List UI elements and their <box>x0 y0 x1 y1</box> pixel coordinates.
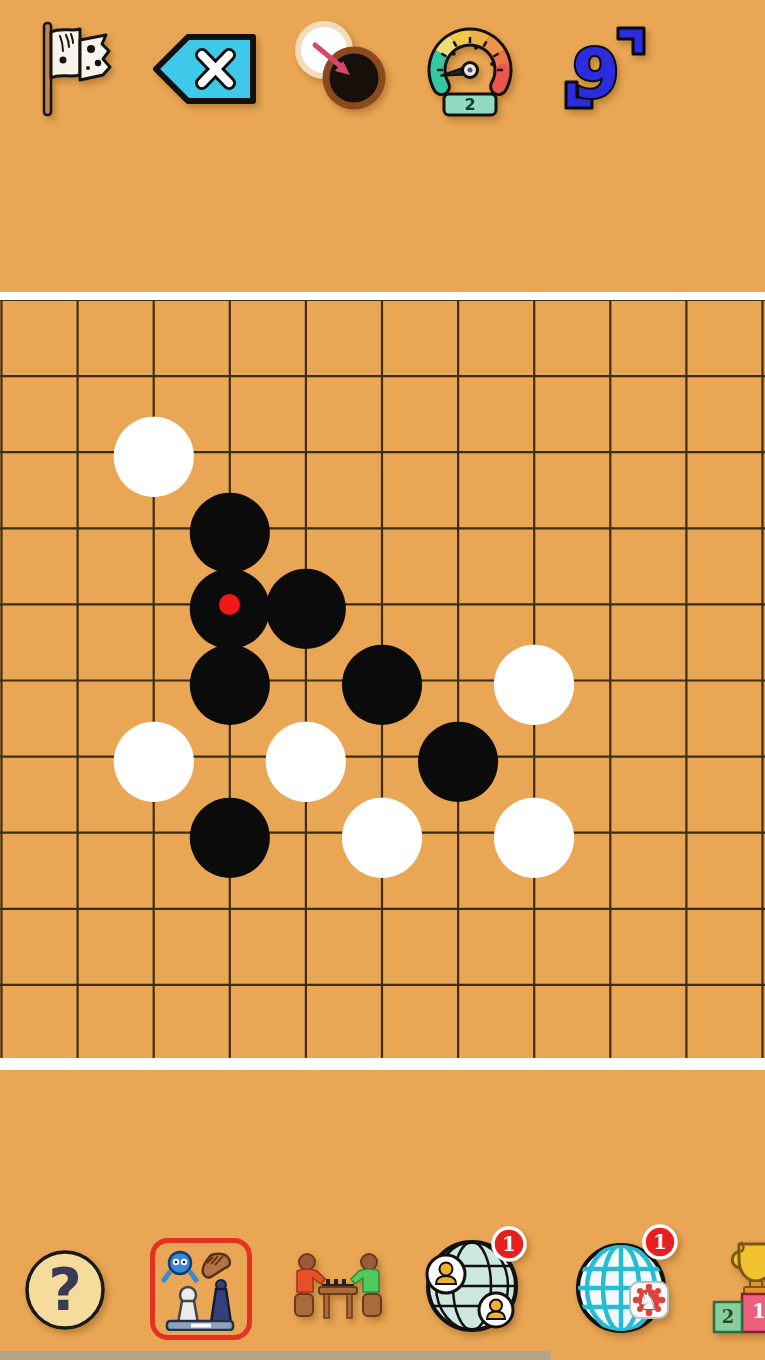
intersection-7-10[interactable] <box>496 1023 572 1070</box>
podium-second-label: 2 <box>722 1306 735 1327</box>
vs-computer-button[interactable] <box>155 1243 243 1331</box>
online-engine-button[interactable]: ♞ 1 <box>568 1220 682 1338</box>
intersection-8-9[interactable] <box>572 947 648 1023</box>
intersection-8-4[interactable] <box>572 566 648 642</box>
intersection-10-2[interactable] <box>724 414 765 490</box>
intersection-4-10[interactable] <box>268 1023 344 1070</box>
intersection-0-7[interactable] <box>0 795 40 871</box>
intersection-6-3[interactable] <box>420 490 496 566</box>
intersection-1-9[interactable] <box>40 947 116 1023</box>
intersection-6-2[interactable] <box>420 414 496 490</box>
intersection-7-2[interactable] <box>496 414 572 490</box>
undo-button[interactable] <box>150 28 260 110</box>
intersection-5-8[interactable] <box>344 871 420 947</box>
intersection-2-3[interactable] <box>116 490 192 566</box>
intersection-3-0[interactable] <box>192 292 268 338</box>
intersection-5-2[interactable] <box>344 414 420 490</box>
help-button[interactable]: ? <box>23 1248 107 1332</box>
intersection-3-9[interactable] <box>192 947 268 1023</box>
intersection-7-1[interactable] <box>496 338 572 414</box>
leaderboard-button[interactable]: 2 1 <box>708 1238 765 1334</box>
intersection-6-10[interactable] <box>420 1023 496 1070</box>
intersection-3-7[interactable]: ● <box>192 795 268 871</box>
intersection-10-10[interactable] <box>724 1023 765 1070</box>
resize-brackets-icon: 9 <box>550 101 650 120</box>
intersection-8-10[interactable] <box>572 1023 648 1070</box>
intersection-6-9[interactable] <box>420 947 496 1023</box>
intersection-0-9[interactable] <box>0 947 40 1023</box>
robot-hand-chess-icon <box>155 1316 243 1335</box>
intersection-9-4[interactable] <box>648 566 724 642</box>
intersection-2-7[interactable] <box>116 795 192 871</box>
intersection-3-8[interactable] <box>192 871 268 947</box>
surrender-button[interactable] <box>18 18 118 120</box>
difficulty-level: 2 <box>464 95 475 114</box>
intersection-8-5[interactable] <box>572 642 648 718</box>
white-stone: ● <box>488 791 580 867</box>
intersection-3-5[interactable]: ● <box>192 642 268 718</box>
intersection-7-3[interactable] <box>496 490 572 566</box>
gomoku-board[interactable]: ●●●●●●●●●●●●● <box>0 292 765 1070</box>
intersection-1-0[interactable] <box>40 292 116 338</box>
intersection-0-1[interactable] <box>0 338 40 414</box>
trophy-podium-icon: 2 1 <box>708 1319 765 1338</box>
intersection-10-5[interactable] <box>724 642 765 718</box>
white-to-black-stone-arrow-icon <box>288 99 390 118</box>
bottom-bar-fragment <box>0 1351 551 1360</box>
stones-grid: ●●●●●●●●●●●●● <box>0 292 765 1070</box>
intersection-9-8[interactable] <box>648 871 724 947</box>
knight-glyph: ♞ <box>638 1288 659 1314</box>
intersection-8-2[interactable] <box>572 414 648 490</box>
intersection-9-10[interactable] <box>648 1023 724 1070</box>
intersection-5-7[interactable]: ● <box>344 795 420 871</box>
intersection-9-6[interactable] <box>648 719 724 795</box>
intersection-2-9[interactable] <box>116 947 192 1023</box>
online-multiplayer-badge: 1 <box>502 1232 516 1256</box>
intersection-4-9[interactable] <box>268 947 344 1023</box>
intersection-1-4[interactable] <box>40 566 116 642</box>
intersection-9-2[interactable] <box>648 414 724 490</box>
intersection-2-2[interactable]: ● <box>116 414 192 490</box>
turn-color-toggle-button[interactable] <box>288 16 390 114</box>
online-engine-badge: 1 <box>653 1230 667 1254</box>
intersection-1-10[interactable] <box>40 1023 116 1070</box>
intersection-4-4[interactable]: ● <box>268 566 344 642</box>
intersection-5-1[interactable] <box>344 338 420 414</box>
intersection-4-7[interactable] <box>268 795 344 871</box>
intersection-5-3[interactable] <box>344 490 420 566</box>
intersection-10-0[interactable] <box>724 292 765 338</box>
intersection-1-5[interactable] <box>40 642 116 718</box>
globe-people-icon: 1 <box>416 1323 534 1342</box>
difficulty-gauge-button[interactable]: 2 <box>415 20 525 120</box>
intersection-7-5[interactable]: ● <box>496 642 572 718</box>
intersection-7-9[interactable] <box>496 947 572 1023</box>
intersection-10-7[interactable] <box>724 795 765 871</box>
local-two-players-button[interactable] <box>286 1250 390 1330</box>
intersection-1-2[interactable] <box>40 414 116 490</box>
intersection-7-8[interactable] <box>496 871 572 947</box>
intersection-6-0[interactable] <box>420 292 496 338</box>
intersection-6-8[interactable] <box>420 871 496 947</box>
intersection-0-5[interactable] <box>0 642 40 718</box>
board-size-label: 9 <box>572 34 619 113</box>
intersection-4-1[interactable] <box>268 338 344 414</box>
intersection-2-4[interactable] <box>116 566 192 642</box>
intersection-0-2[interactable] <box>0 414 40 490</box>
intersection-5-9[interactable] <box>344 947 420 1023</box>
intersection-4-8[interactable] <box>268 871 344 947</box>
intersection-2-0[interactable] <box>116 292 192 338</box>
intersection-8-3[interactable] <box>572 490 648 566</box>
intersection-9-7[interactable] <box>648 795 724 871</box>
intersection-0-10[interactable] <box>0 1023 40 1070</box>
intersection-1-7[interactable] <box>40 795 116 871</box>
intersection-10-4[interactable] <box>724 566 765 642</box>
intersection-10-9[interactable] <box>724 947 765 1023</box>
intersection-8-6[interactable] <box>572 719 648 795</box>
intersection-9-3[interactable] <box>648 490 724 566</box>
black-stone: ● <box>184 791 276 867</box>
intersection-0-8[interactable] <box>0 871 40 947</box>
intersection-6-1[interactable] <box>420 338 496 414</box>
cyan-back-x-icon <box>150 95 260 114</box>
intersection-10-8[interactable] <box>724 871 765 947</box>
intersection-2-10[interactable] <box>116 1023 192 1070</box>
intersection-1-3[interactable] <box>40 490 116 566</box>
intersection-0-3[interactable] <box>0 490 40 566</box>
intersection-2-8[interactable] <box>116 871 192 947</box>
intersection-9-9[interactable] <box>648 947 724 1023</box>
intersection-8-1[interactable] <box>572 338 648 414</box>
intersection-4-0[interactable] <box>268 292 344 338</box>
torn-white-flag-icon <box>18 105 118 124</box>
intersection-1-8[interactable] <box>40 871 116 947</box>
intersection-8-0[interactable] <box>572 292 648 338</box>
intersection-5-0[interactable] <box>344 292 420 338</box>
intersection-4-6[interactable]: ● <box>268 719 344 795</box>
intersection-5-5[interactable]: ● <box>344 642 420 718</box>
intersection-0-6[interactable] <box>0 719 40 795</box>
intersection-3-10[interactable] <box>192 1023 268 1070</box>
intersection-8-7[interactable] <box>572 795 648 871</box>
intersection-10-1[interactable] <box>724 338 765 414</box>
intersection-5-10[interactable] <box>344 1023 420 1070</box>
intersection-0-0[interactable] <box>0 292 40 338</box>
white-stone: ● <box>336 791 428 867</box>
board-size-button[interactable]: 9 <box>550 20 650 116</box>
intersection-0-4[interactable] <box>0 566 40 642</box>
intersection-4-2[interactable] <box>268 414 344 490</box>
intersection-10-3[interactable] <box>724 490 765 566</box>
intersection-10-6[interactable] <box>724 719 765 795</box>
online-multiplayer-button[interactable]: 1 <box>416 1220 534 1338</box>
intersection-3-1[interactable] <box>192 338 268 414</box>
intersection-1-6[interactable] <box>40 719 116 795</box>
help-label: ? <box>48 1256 82 1324</box>
intersection-2-6[interactable]: ● <box>116 719 192 795</box>
intersection-9-0[interactable] <box>648 292 724 338</box>
intersection-6-7[interactable] <box>420 795 496 871</box>
intersection-7-7[interactable]: ● <box>496 795 572 871</box>
intersection-6-6[interactable]: ● <box>420 719 496 795</box>
intersection-6-4[interactable] <box>420 566 496 642</box>
intersection-1-1[interactable] <box>40 338 116 414</box>
globe-engine-icon: ♞ 1 <box>568 1323 682 1342</box>
podium-first-label: 1 <box>752 1299 765 1323</box>
intersection-8-8[interactable] <box>572 871 648 947</box>
speedometer-icon: 2 <box>415 105 525 124</box>
two-players-table-icon <box>286 1315 390 1334</box>
intersection-9-1[interactable] <box>648 338 724 414</box>
intersection-7-0[interactable] <box>496 292 572 338</box>
intersection-9-5[interactable] <box>648 642 724 718</box>
